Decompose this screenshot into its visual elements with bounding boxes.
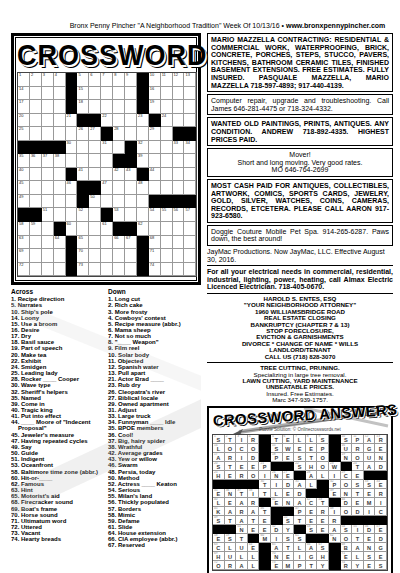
puzzle-cell[interactable]: 10 [149, 73, 161, 87]
answer-letter: L [248, 561, 259, 569]
puzzle-cell[interactable]: 67 [125, 236, 137, 250]
cell-number: 43 [126, 168, 130, 173]
puzzle-cell[interactable]: 24 [161, 114, 173, 128]
answer-letter: L [306, 435, 317, 443]
puzzle-cell[interactable] [173, 263, 185, 277]
puzzle-cell[interactable]: 34 [184, 141, 196, 155]
puzzle-cell[interactable] [89, 154, 101, 168]
puzzle-cell[interactable] [101, 154, 113, 168]
cell-number: 45 [19, 181, 23, 186]
puzzle-cell[interactable] [125, 249, 137, 263]
puzzle-cell[interactable] [30, 168, 42, 182]
answer-cell: R [352, 444, 364, 453]
answer-letter: E [364, 561, 375, 569]
puzzle-cell[interactable]: 29 [149, 127, 161, 141]
cell-number: 5 [78, 73, 80, 78]
answer-letter: T [225, 462, 236, 470]
puzzle-cell[interactable] [161, 236, 173, 250]
puzzle-cell[interactable]: 70 [77, 249, 89, 263]
puzzle-cell[interactable]: 28 [113, 127, 125, 141]
puzzle-cell[interactable] [184, 114, 196, 128]
puzzle-cell[interactable] [54, 127, 66, 141]
puzzle-cell[interactable] [161, 168, 173, 182]
puzzle-cell[interactable]: 51 [42, 208, 54, 222]
answer-cell: D [283, 480, 295, 489]
puzzle-cell[interactable] [101, 236, 113, 250]
puzzle-cell[interactable] [42, 127, 54, 141]
puzzle-cell[interactable] [89, 87, 101, 101]
puzzle-cell[interactable] [89, 236, 101, 250]
cell-number: 69 [19, 249, 23, 254]
puzzle-cell[interactable] [173, 249, 185, 263]
puzzle-cell[interactable]: 72 [18, 263, 30, 277]
puzzle-cell[interactable]: 13 [184, 73, 196, 87]
answer-letter: T [271, 435, 282, 443]
puzzle-cell[interactable]: 45 [18, 181, 30, 195]
puzzle-cell[interactable]: 43 [125, 168, 137, 182]
puzzle-cell[interactable]: 73 [77, 263, 89, 277]
puzzle-cell[interactable] [89, 208, 101, 222]
puzzle-cell[interactable] [54, 114, 66, 128]
puzzle-cell[interactable] [161, 127, 173, 141]
puzzle-cell[interactable] [125, 114, 137, 128]
puzzle-cell[interactable] [66, 208, 78, 222]
puzzle-cell[interactable] [89, 141, 101, 155]
answer-cell: C [375, 507, 387, 516]
cell-number: 17 [19, 100, 23, 105]
answer-cell: T [283, 543, 295, 552]
cell-number: 46 [67, 181, 71, 186]
puzzle-cell[interactable]: 22 [101, 114, 113, 128]
answer-letter: Y [352, 561, 363, 569]
puzzle-cell[interactable] [66, 127, 78, 141]
puzzle-cell[interactable]: 41 [77, 168, 89, 182]
divider [207, 293, 393, 294]
puzzle-cell[interactable] [161, 87, 173, 101]
puzzle-cell[interactable] [30, 195, 42, 209]
answer-letter: E [317, 516, 328, 524]
answer-letter: D [352, 507, 363, 515]
puzzle-cell[interactable]: 63 [18, 236, 30, 250]
puzzle-cell[interactable] [101, 168, 113, 182]
answer-letter: I [352, 525, 363, 533]
ad-almax-electric: For all your electrical needs in commerc… [207, 268, 393, 291]
puzzle-cell[interactable]: 53 [113, 208, 125, 222]
puzzle-cell[interactable]: 14 [18, 87, 30, 101]
puzzle-cell[interactable]: 64 [54, 236, 66, 250]
puzzle-cell[interactable] [173, 87, 185, 101]
cell-number: 20 [19, 114, 23, 119]
black-cell [271, 507, 283, 516]
puzzle-cell[interactable]: 42 [113, 168, 125, 182]
answer-cell: 34E [375, 480, 387, 489]
answer-cell: 40L [213, 498, 225, 507]
puzzle-cell[interactable] [125, 87, 137, 101]
black-cell [137, 168, 149, 182]
answer-letter: R [329, 516, 340, 524]
answer-letter: E [317, 525, 328, 533]
puzzle-cell[interactable]: 17 [18, 100, 30, 114]
puzzle-cell[interactable]: 58 [18, 222, 30, 236]
answer-letter: N [283, 498, 294, 506]
puzzle-cell[interactable] [101, 195, 113, 209]
puzzle-cell[interactable]: 26 [77, 127, 89, 141]
answer-cell: 9S [317, 435, 329, 444]
puzzle-cell[interactable] [161, 263, 173, 277]
puzzle-cell[interactable] [54, 168, 66, 182]
puzzle-cell[interactable]: 52 [77, 208, 89, 222]
puzzle-cell[interactable]: 30 [66, 141, 78, 155]
puzzle-cell[interactable]: 69 [18, 249, 30, 263]
cell-number: 11 [162, 73, 166, 78]
puzzle-cell[interactable] [77, 141, 89, 155]
answer-cell: 37T [236, 489, 248, 498]
puzzle-cell[interactable] [161, 154, 173, 168]
puzzle-cell[interactable] [184, 87, 196, 101]
puzzle-cell[interactable]: 48 [137, 181, 149, 195]
answer-cell: O [341, 480, 353, 489]
answer-letter: C [341, 471, 352, 479]
puzzle-cell[interactable] [54, 100, 66, 114]
puzzle-cell[interactable] [77, 154, 89, 168]
answer-letter: Y [283, 525, 294, 533]
crossword-logo: CROSSWORD [17, 38, 195, 72]
puzzle-cell[interactable]: 44 [149, 168, 161, 182]
puzzle-cell[interactable] [30, 181, 42, 195]
puzzle-cell[interactable] [125, 100, 137, 114]
answer-cell: D [352, 507, 364, 516]
puzzle-cell[interactable]: 68 [149, 236, 161, 250]
answer-cell: E [317, 516, 329, 525]
answer-cell: 30T [259, 480, 271, 489]
puzzle-cell[interactable] [42, 181, 54, 195]
answer-cell: 36N [225, 489, 237, 498]
puzzle-cell[interactable] [54, 195, 66, 209]
puzzle-cell[interactable]: 61 [101, 222, 113, 236]
answer-letter: C [306, 498, 317, 506]
puzzle-cell[interactable] [173, 181, 185, 195]
ad-line: CALL US (718) 828-3070 [207, 354, 393, 360]
puzzle-cell[interactable] [125, 208, 137, 222]
puzzle-cell[interactable] [89, 222, 101, 236]
puzzle-cell[interactable]: 15 [77, 87, 89, 101]
puzzle-cell[interactable]: 20 [18, 114, 30, 128]
puzzle-cell[interactable] [161, 222, 173, 236]
answer-letter: E [213, 534, 224, 542]
puzzle-cell[interactable] [54, 263, 66, 277]
cell-number: 18 [78, 100, 82, 105]
answer-letter: N [364, 543, 375, 551]
answer-letter: L [271, 489, 282, 497]
puzzle-cell[interactable] [42, 195, 54, 209]
puzzle-cell[interactable]: 32 [137, 141, 149, 155]
puzzle-cell[interactable] [125, 263, 137, 277]
puzzle-cell[interactable]: 50 [89, 195, 101, 209]
puzzle-cell[interactable]: 66 [113, 236, 125, 250]
puzzle-cell[interactable] [30, 87, 42, 101]
puzzle-cell[interactable] [42, 249, 54, 263]
puzzle-cell[interactable] [161, 249, 173, 263]
answer-letter: E [306, 507, 317, 515]
puzzle-cell[interactable]: 65 [77, 236, 89, 250]
puzzle-cell[interactable]: 19 [149, 100, 161, 114]
puzzle-cell[interactable] [149, 141, 161, 155]
clue-lists: Across 1. Recipe direction5. Narrates10.… [11, 288, 201, 548]
puzzle-cell[interactable]: 11 [161, 73, 173, 87]
puzzle-cell[interactable] [149, 181, 161, 195]
puzzle-cell[interactable]: 12 [173, 73, 185, 87]
answer-cell: 50S [283, 516, 295, 525]
puzzle-cell[interactable] [30, 127, 42, 141]
ads-stack: MARIO MAZZELLA CONTRACTING: RESIDENTIAL … [207, 33, 393, 406]
puzzle-cell[interactable]: 9 [125, 73, 137, 87]
puzzle-cell[interactable] [89, 100, 101, 114]
answer-cell: I [271, 480, 283, 489]
puzzle-cell[interactable] [89, 168, 101, 182]
puzzle-cell[interactable] [42, 100, 54, 114]
puzzle-cell[interactable] [137, 195, 149, 209]
answer-cell: 38I [248, 489, 260, 498]
puzzle-cell[interactable] [125, 181, 137, 195]
answer-cell: Y [283, 525, 295, 534]
puzzle-cell[interactable] [101, 263, 113, 277]
puzzle-cell[interactable]: 36 [30, 154, 42, 168]
puzzle-cell[interactable]: 5 [77, 73, 89, 87]
answer-cell: 33S [364, 480, 376, 489]
answer-cell: 14L [213, 444, 225, 453]
answer-letter: D [375, 534, 386, 542]
answer-cell: 64E [248, 543, 260, 552]
puzzle-cell[interactable] [113, 114, 125, 128]
puzzle-cell[interactable] [42, 236, 54, 250]
answer-cell: 58E [213, 534, 225, 543]
cell-number: 6 [90, 73, 92, 78]
puzzle-cell[interactable] [30, 263, 42, 277]
puzzle-cell[interactable] [184, 263, 196, 277]
puzzle-cell[interactable] [42, 222, 54, 236]
answer-letter: G [364, 444, 375, 452]
black-cell [306, 489, 318, 498]
puzzle-cell[interactable] [137, 127, 149, 141]
puzzle-cell[interactable]: 40 [18, 168, 30, 182]
answer-cell: L [225, 543, 237, 552]
puzzle-cell[interactable] [101, 249, 113, 263]
cell-number: 53 [114, 208, 118, 213]
answer-letter: O [317, 462, 328, 470]
answer-cell: A [364, 462, 376, 471]
puzzle-cell[interactable] [30, 249, 42, 263]
answer-letter: R [225, 561, 236, 569]
puzzle-cell[interactable] [161, 100, 173, 114]
puzzle-cell[interactable] [89, 249, 101, 263]
puzzle-cell[interactable] [161, 181, 173, 195]
answer-letter: I [375, 498, 386, 506]
puzzle-cell[interactable] [149, 154, 161, 168]
puzzle-cell[interactable]: 21 [66, 114, 78, 128]
answer-cell: O [248, 471, 260, 480]
puzzle-cell[interactable] [113, 141, 125, 155]
black-cell [66, 249, 78, 263]
puzzle-cell[interactable]: 7 [101, 73, 113, 87]
puzzle-cell[interactable] [54, 249, 66, 263]
cell-number: 62 [138, 222, 142, 227]
across-clues-title: Across [11, 288, 103, 295]
cell-number: 64 [55, 236, 59, 241]
puzzle-cell[interactable]: 54 [149, 208, 161, 222]
puzzle-cell[interactable]: 4 [54, 73, 66, 87]
cell-number: 22 [102, 114, 106, 119]
puzzle-cell[interactable]: 49 [18, 195, 30, 209]
across-clue-58: 58. Baltimore time zone (abbr.) [11, 469, 103, 475]
cell-number: 23 [138, 114, 142, 119]
divider [207, 362, 393, 363]
answer-letter: E [225, 498, 236, 506]
puzzle-cell[interactable]: 35 [18, 154, 30, 168]
puzzle-cell[interactable] [184, 154, 196, 168]
puzzle-cell[interactable] [173, 236, 185, 250]
puzzle-cell[interactable] [113, 87, 125, 101]
puzzle-cell[interactable] [42, 263, 54, 277]
puzzle-cell[interactable] [30, 236, 42, 250]
answer-cell: 68B [341, 543, 353, 552]
header-text: Bronx Penny Pincher "A Neighborhood Trad… [70, 22, 286, 29]
answer-letter: U [364, 453, 375, 461]
answer-cell: R [236, 507, 248, 516]
puzzle-cell[interactable] [101, 100, 113, 114]
puzzle-cell[interactable] [173, 154, 185, 168]
puzzle-cell[interactable] [113, 249, 125, 263]
answer-letter: G [306, 552, 317, 560]
ad-most-cash-paid: MOST CASH PAID FOR ANTIQUES, COLLECTIBLE… [207, 179, 393, 223]
puzzle-cell[interactable]: 23 [137, 114, 149, 128]
puzzle-cell[interactable] [101, 87, 113, 101]
puzzle-cell[interactable]: 16 [149, 87, 161, 101]
answer-cell: 46T [259, 507, 271, 516]
puzzle-cell[interactable] [30, 114, 42, 128]
puzzle-cell[interactable] [173, 168, 185, 182]
puzzle-cell[interactable]: 8 [113, 73, 125, 87]
puzzle-cell[interactable]: 46 [66, 181, 78, 195]
puzzle-cell[interactable]: 56 [173, 208, 185, 222]
puzzle-cell[interactable] [77, 222, 89, 236]
black-cell [137, 73, 149, 87]
puzzle-cell[interactable] [173, 222, 185, 236]
puzzle-cell[interactable] [113, 195, 125, 209]
puzzle-cell[interactable]: 55 [161, 208, 173, 222]
puzzle-cell[interactable]: 3 [42, 73, 54, 87]
cell-number: 41 [78, 168, 82, 173]
puzzle-cell[interactable] [113, 100, 125, 114]
puzzle-cell[interactable]: 74 [149, 263, 161, 277]
answer-letter: L [352, 552, 363, 560]
puzzle-cell[interactable] [66, 195, 78, 209]
puzzle-cell[interactable] [125, 195, 137, 209]
answer-letter: I [329, 507, 340, 515]
puzzle-cell[interactable]: 6 [89, 73, 101, 87]
puzzle-cell[interactable] [42, 168, 54, 182]
down-clue-list: 1. Long cut2. Rich cake3. More frosty4. … [108, 296, 200, 548]
puzzle-cell[interactable] [54, 181, 66, 195]
puzzle-cell[interactable] [161, 141, 173, 155]
puzzle-cell[interactable]: 47 [101, 181, 113, 195]
puzzle-cell[interactable]: 31 [101, 141, 113, 155]
answer-cell: T [306, 561, 318, 570]
answer-cell: 71E [341, 552, 353, 561]
puzzle-cell[interactable]: 39 [137, 154, 149, 168]
answer-letter: R [375, 435, 386, 443]
black-cell [125, 154, 137, 168]
answer-cell: U [225, 552, 237, 561]
puzzle-cell[interactable]: 37 [42, 154, 54, 168]
answer-cell: P [294, 561, 306, 570]
black-cell [101, 208, 113, 222]
puzzle-cell[interactable] [184, 168, 196, 182]
answer-letter: A [236, 516, 247, 524]
puzzle-cell[interactable]: 62 [137, 222, 149, 236]
puzzle-cell[interactable] [113, 181, 125, 195]
puzzle-cell[interactable]: 71 [149, 249, 161, 263]
answer-letter: E [294, 444, 305, 452]
puzzle-cell[interactable] [184, 222, 196, 236]
puzzle-cell[interactable] [42, 87, 54, 101]
puzzle-cell[interactable] [149, 222, 161, 236]
cell-number: 61 [102, 222, 106, 227]
puzzle-cell[interactable] [42, 114, 54, 128]
puzzle-cell[interactable] [89, 263, 101, 277]
puzzle-cell[interactable] [184, 236, 196, 250]
puzzle-cell[interactable] [184, 249, 196, 263]
puzzle-cell[interactable]: 2 [30, 73, 42, 87]
puzzle-cell[interactable]: 1 [18, 73, 30, 87]
puzzle-cell[interactable] [66, 154, 78, 168]
answer-cell: S [283, 534, 295, 543]
puzzle-cell[interactable] [137, 208, 149, 222]
puzzle-cell[interactable]: 60 [66, 222, 78, 236]
puzzle-cell[interactable]: 18 [77, 100, 89, 114]
answer-cell: E [259, 525, 271, 534]
puzzle-cell[interactable] [113, 263, 125, 277]
answers-header: CROSSWORD ANSWERS Puzzle Solution: © Onl… [211, 410, 389, 433]
puzzle-cell[interactable]: 25 [18, 127, 30, 141]
puzzle-cell[interactable]: 59 [30, 222, 42, 236]
puzzle-cell[interactable]: 27 [89, 127, 101, 141]
answer-cell: 18P [271, 453, 283, 462]
puzzle-cell[interactable]: 38 [54, 154, 66, 168]
answer-letter: W [283, 444, 294, 452]
puzzle-cell[interactable]: 33 [173, 141, 185, 155]
across-clues: Across 1. Recipe direction5. Narrates10.… [11, 288, 103, 548]
answer-cell: 67S [317, 543, 329, 552]
puzzle-cell[interactable] [30, 100, 42, 114]
puzzle-cell[interactable] [173, 114, 185, 128]
across-clue-44: 44. ____ Moore of "Indecent Proposal" [11, 419, 103, 431]
answer-letter: S [364, 552, 375, 560]
answer-letter: D [294, 489, 305, 497]
answer-letter: R [248, 435, 259, 443]
puzzle-cell[interactable] [54, 87, 66, 101]
puzzle-cell[interactable] [54, 208, 66, 222]
cell-number: 29 [150, 127, 154, 132]
puzzle-cell[interactable] [184, 100, 196, 114]
answer-letter: R [352, 444, 363, 452]
answer-cell: I [271, 534, 283, 543]
cell-number: 68 [150, 236, 154, 241]
puzzle-cell[interactable] [184, 181, 196, 195]
puzzle-cell[interactable]: 57 [184, 208, 196, 222]
answer-cell: R [225, 453, 237, 462]
puzzle-cell[interactable] [173, 100, 185, 114]
puzzle-cell[interactable] [125, 127, 137, 141]
